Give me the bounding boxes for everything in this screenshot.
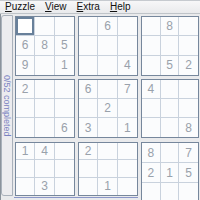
block-7: 143	[15, 142, 75, 196]
cell-r8c1[interactable]	[16, 160, 35, 177]
cell-r7c4[interactable]: 2	[79, 143, 98, 160]
block-8: 21	[78, 142, 138, 196]
cell-r3c8[interactable]: 5	[161, 56, 180, 75]
cell-r9c4[interactable]	[79, 178, 98, 195]
block-3: 852	[141, 16, 199, 76]
cell-r9c3[interactable]	[55, 178, 74, 195]
cell-r7c2[interactable]: 4	[35, 143, 54, 160]
cell-r9c1[interactable]	[16, 178, 35, 195]
cell-r5c3[interactable]	[55, 99, 74, 118]
cell-r7c1[interactable]: 1	[16, 143, 35, 160]
menu-puzzle[interactable]: Puzzle	[5, 1, 35, 13]
menu-puzzle-rest: uzzle	[12, 1, 35, 12]
menu-bar: Puzzle View Extra Help	[0, 0, 200, 14]
cell-r1c4[interactable]	[79, 17, 98, 36]
cell-r3c4[interactable]	[79, 56, 98, 75]
cell-r2c2[interactable]: 8	[35, 36, 54, 55]
cell-r4c3[interactable]	[55, 80, 74, 99]
menu-help[interactable]: Help	[110, 1, 131, 13]
cell-r4c6[interactable]: 7	[118, 80, 137, 99]
cell-r1c9[interactable]	[179, 17, 198, 36]
cell-r8c6[interactable]	[118, 160, 137, 177]
block-6: 48	[141, 79, 199, 138]
cell-r9c2[interactable]: 3	[35, 178, 54, 195]
cell-r7c5[interactable]	[98, 143, 117, 160]
cell-r5c9[interactable]	[179, 99, 198, 118]
cell-r9c8[interactable]	[161, 183, 180, 200]
cell-r4c7[interactable]: 4	[142, 80, 161, 99]
cell-r8c3[interactable]	[55, 160, 74, 177]
cell-r6c4[interactable]: 3	[79, 118, 98, 137]
cell-r6c3[interactable]: 6	[55, 118, 74, 137]
cell-r3c3[interactable]: 1	[55, 56, 74, 75]
sidebar-tab-progress[interactable]: 0/52 completed	[1, 15, 13, 196]
cell-r5c4[interactable]	[79, 99, 98, 118]
cell-r3c2[interactable]	[35, 56, 54, 75]
cell-r7c8[interactable]	[161, 143, 180, 163]
progress-label: 0/52 completed	[2, 75, 12, 137]
block-2: 64	[78, 16, 138, 76]
block-1: 68591	[15, 16, 75, 76]
cell-r5c1[interactable]	[16, 99, 35, 118]
cell-r3c7[interactable]	[142, 56, 161, 75]
cell-r5c6[interactable]	[118, 99, 137, 118]
cell-r7c9[interactable]: 7	[179, 143, 198, 163]
cell-r8c8[interactable]: 1	[161, 163, 180, 183]
cell-r5c2[interactable]	[35, 99, 54, 118]
cell-r2c4[interactable]	[79, 36, 98, 55]
cell-r9c6[interactable]	[118, 178, 137, 195]
cell-r4c1[interactable]: 2	[16, 80, 35, 99]
cell-r5c8[interactable]	[161, 99, 180, 118]
cell-r2c1[interactable]: 6	[16, 36, 35, 55]
cell-r2c3[interactable]: 5	[55, 36, 74, 55]
cell-r3c5[interactable]	[98, 56, 117, 75]
cell-r8c2[interactable]	[35, 160, 54, 177]
cell-r2c7[interactable]	[142, 36, 161, 55]
cell-r5c7[interactable]	[142, 99, 161, 118]
cell-r1c6[interactable]	[118, 17, 137, 36]
cell-r9c9[interactable]	[179, 183, 198, 200]
cell-r7c7[interactable]: 8	[142, 143, 161, 163]
cell-r1c7[interactable]	[142, 17, 161, 36]
cell-r4c2[interactable]	[35, 80, 54, 99]
menu-view[interactable]: View	[45, 1, 67, 13]
cell-r2c6[interactable]	[118, 36, 137, 55]
cell-r9c7[interactable]	[142, 183, 161, 200]
cell-r6c6[interactable]: 1	[118, 118, 137, 137]
menu-puzzle-mnemonic: P	[5, 1, 12, 12]
cell-r6c9[interactable]: 8	[179, 118, 198, 137]
cell-r6c2[interactable]	[35, 118, 54, 137]
cell-r6c5[interactable]	[98, 118, 117, 137]
cell-r8c4[interactable]	[79, 160, 98, 177]
bottom-accent-line	[14, 197, 138, 198]
cell-r4c5[interactable]	[98, 80, 117, 99]
cell-r5c5[interactable]: 2	[98, 99, 117, 118]
cell-r7c6[interactable]	[118, 143, 137, 160]
menu-extra-rest: xtra	[83, 1, 100, 12]
block-5: 67231	[78, 79, 138, 138]
cell-r3c9[interactable]: 2	[179, 56, 198, 75]
cell-r3c1[interactable]: 9	[16, 56, 35, 75]
cell-r2c5[interactable]	[98, 36, 117, 55]
sudoku-app-window: Puzzle View Extra Help 0/52 completed 68…	[0, 0, 200, 200]
cell-r4c4[interactable]: 6	[79, 80, 98, 99]
cell-r6c8[interactable]	[161, 118, 180, 137]
menu-view-rest: iew	[52, 1, 67, 12]
block-4: 26	[15, 79, 75, 138]
cell-r4c8[interactable]	[161, 80, 180, 99]
menu-extra[interactable]: Extra	[77, 1, 100, 13]
cell-r6c1[interactable]	[16, 118, 35, 137]
cell-r6c7[interactable]	[142, 118, 161, 137]
cell-r1c3[interactable]	[55, 17, 74, 36]
cell-r7c3[interactable]	[55, 143, 74, 160]
cell-r1c2[interactable]	[35, 17, 54, 36]
cell-r8c9[interactable]: 5	[179, 163, 198, 183]
cell-r1c1[interactable]	[16, 17, 35, 36]
cell-r2c9[interactable]	[179, 36, 198, 55]
cell-r2c8[interactable]	[161, 36, 180, 55]
cell-r8c7[interactable]: 2	[142, 163, 161, 183]
cell-r4c9[interactable]	[179, 80, 198, 99]
cell-r3c6[interactable]: 4	[118, 56, 137, 75]
cell-r8c5[interactable]	[98, 160, 117, 177]
cell-r9c5[interactable]: 1	[98, 178, 117, 195]
cell-r1c8[interactable]: 8	[161, 17, 180, 36]
cell-r1c5[interactable]: 6	[98, 17, 117, 36]
block-9: 87215	[141, 142, 199, 200]
menu-help-rest: elp	[117, 1, 130, 12]
